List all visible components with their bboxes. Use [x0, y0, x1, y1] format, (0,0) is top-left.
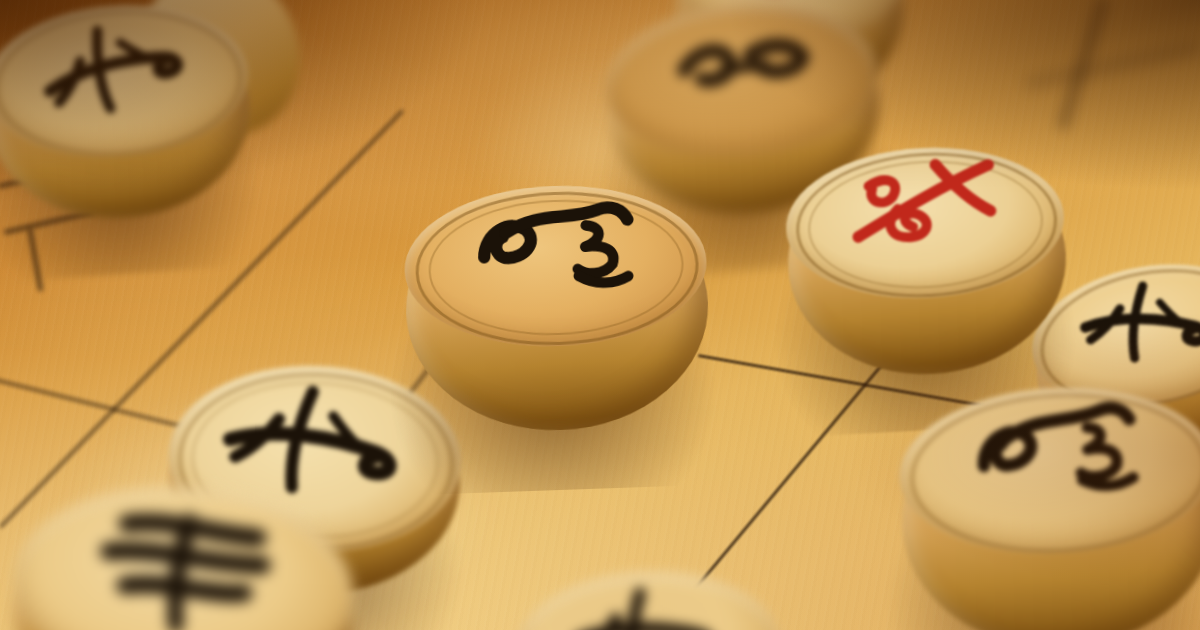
piece-bottom-center-partial: 卒 [515, 567, 783, 630]
board-grid-line-blurred [1058, 0, 1109, 130]
cursive-zu-glyph [11, 14, 222, 133]
piece-top-left-soldier: 卒 [0, 0, 257, 227]
cursive-ma-glyph [436, 198, 675, 318]
cursive-ju-glyph [47, 499, 321, 630]
piece-bottom-right-horse: 馬 [895, 380, 1200, 630]
piece-foreground-chariot: 車 [4, 476, 361, 630]
board-grid-line-blurred [1025, 43, 1200, 88]
cursive-bing-glyph [814, 157, 1036, 273]
piece-red-soldier: 兵 [782, 141, 1071, 381]
xiangqi-photo-scene: 卒 unmarked wooden piece seen from side 砲… [0, 0, 1200, 630]
cursive-pao-glyph [630, 10, 851, 134]
cursive-ma-glyph [931, 398, 1182, 526]
piece-center-horse: 馬 [402, 181, 712, 435]
cursive-zu-glyph [544, 583, 752, 630]
